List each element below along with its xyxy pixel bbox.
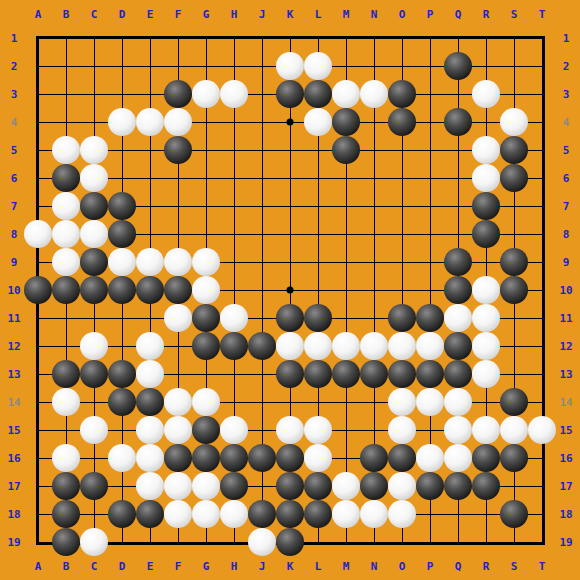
stone-white[interactable] [304,332,332,360]
stone-black[interactable] [332,108,360,136]
column-label-bottom: P [427,561,434,572]
stone-white[interactable] [472,80,500,108]
row-label-left: 11 [7,313,20,324]
column-label-bottom: O [399,561,406,572]
row-label-right: 13 [559,369,572,380]
stone-white[interactable] [220,416,248,444]
stone-black[interactable] [220,472,248,500]
stone-black[interactable] [80,360,108,388]
column-label-top: J [259,9,266,20]
stone-white[interactable] [52,192,80,220]
stone-black[interactable] [80,192,108,220]
stone-white[interactable] [276,52,304,80]
stone-black[interactable] [276,444,304,472]
stone-black[interactable] [500,248,528,276]
stone-white[interactable] [472,360,500,388]
stone-black[interactable] [52,528,80,556]
stone-white[interactable] [136,472,164,500]
stone-white[interactable] [192,276,220,304]
stone-white[interactable] [164,248,192,276]
stone-white[interactable] [528,416,556,444]
stone-black[interactable] [360,472,388,500]
stone-white[interactable] [192,80,220,108]
stone-black[interactable] [304,304,332,332]
stone-black[interactable] [500,164,528,192]
row-label-right: 12 [559,341,572,352]
stone-black[interactable] [276,80,304,108]
stone-black[interactable] [192,332,220,360]
column-label-top: R [483,9,490,20]
stone-white[interactable] [136,332,164,360]
stone-black[interactable] [276,304,304,332]
stone-white[interactable] [388,472,416,500]
stone-black[interactable] [472,444,500,472]
stone-black[interactable] [164,80,192,108]
row-label-right: 14 [559,397,572,408]
stone-white[interactable] [500,108,528,136]
stone-black[interactable] [108,360,136,388]
stone-black[interactable] [500,500,528,528]
column-label-bottom: G [203,561,210,572]
stone-black[interactable] [108,388,136,416]
column-label-bottom: K [287,561,294,572]
stone-black[interactable] [108,500,136,528]
row-label-right: 1 [563,33,570,44]
stone-black[interactable] [472,192,500,220]
row-label-left: 14 [7,397,20,408]
stone-black[interactable] [416,472,444,500]
row-label-left: 8 [11,229,18,240]
stone-white[interactable] [472,164,500,192]
stone-black[interactable] [80,248,108,276]
stone-white[interactable] [388,416,416,444]
stone-black[interactable] [388,360,416,388]
row-label-right: 9 [563,257,570,268]
stone-white[interactable] [80,220,108,248]
stone-black[interactable] [52,164,80,192]
hoshi-point [287,287,294,294]
stone-black[interactable] [444,332,472,360]
column-label-top: D [119,9,126,20]
stone-black[interactable] [164,276,192,304]
column-label-top: A [35,9,42,20]
row-label-right: 18 [559,509,572,520]
stone-white[interactable] [80,332,108,360]
stone-black[interactable] [248,332,276,360]
column-label-top: Q [455,9,462,20]
row-label-right: 8 [563,229,570,240]
column-label-bottom: J [259,561,266,572]
stone-white[interactable] [472,416,500,444]
column-label-top: T [539,9,546,20]
stone-white[interactable] [388,500,416,528]
stone-black[interactable] [220,332,248,360]
stone-white[interactable] [276,332,304,360]
stone-white[interactable] [360,500,388,528]
column-label-top: S [511,9,518,20]
stone-black[interactable] [500,444,528,472]
stone-black[interactable] [416,360,444,388]
stone-white[interactable] [472,332,500,360]
row-label-left: 4 [11,117,18,128]
stone-white[interactable] [276,416,304,444]
stone-white[interactable] [52,220,80,248]
grid-line-vertical [542,38,543,543]
stone-black[interactable] [472,220,500,248]
column-label-top: H [231,9,238,20]
stone-white[interactable] [416,388,444,416]
stone-white[interactable] [332,80,360,108]
row-label-right: 17 [559,481,572,492]
stone-white[interactable] [472,276,500,304]
row-label-left: 12 [7,341,20,352]
stone-black[interactable] [52,472,80,500]
stone-black[interactable] [276,528,304,556]
stone-black[interactable] [388,444,416,472]
stone-white[interactable] [472,136,500,164]
row-label-left: 6 [11,173,18,184]
row-label-left: 17 [7,481,20,492]
stone-white[interactable] [164,388,192,416]
stone-black[interactable] [220,444,248,472]
stone-white[interactable] [416,332,444,360]
column-label-top: O [399,9,406,20]
stone-white[interactable] [220,80,248,108]
row-label-left: 7 [11,201,18,212]
stone-black[interactable] [444,248,472,276]
stone-white[interactable] [108,248,136,276]
stone-white[interactable] [164,108,192,136]
stone-black[interactable] [444,108,472,136]
stone-white[interactable] [136,108,164,136]
column-label-top: C [91,9,98,20]
stone-black[interactable] [276,360,304,388]
column-label-top: B [63,9,70,20]
stone-black[interactable] [52,500,80,528]
row-label-right: 2 [563,61,570,72]
row-label-left: 19 [7,537,20,548]
stone-black[interactable] [388,304,416,332]
stone-white[interactable] [304,444,332,472]
stone-white[interactable] [164,416,192,444]
stone-black[interactable] [192,444,220,472]
stone-black[interactable] [388,108,416,136]
column-label-top: N [371,9,378,20]
stone-white[interactable] [304,108,332,136]
column-label-bottom: H [231,561,238,572]
column-label-bottom: L [315,561,322,572]
row-label-left: 1 [11,33,18,44]
column-label-bottom: Q [455,561,462,572]
stone-white[interactable] [80,136,108,164]
column-label-top: G [203,9,210,20]
column-label-bottom: M [343,561,350,572]
stone-black[interactable] [388,80,416,108]
stone-black[interactable] [164,444,192,472]
stone-white[interactable] [192,472,220,500]
stone-black[interactable] [136,500,164,528]
row-label-right: 7 [563,201,570,212]
stone-white[interactable] [108,444,136,472]
stone-white[interactable] [80,416,108,444]
stone-black[interactable] [248,444,276,472]
stone-white[interactable] [388,332,416,360]
column-label-top: L [315,9,322,20]
row-label-left: 3 [11,89,18,100]
stone-white[interactable] [444,388,472,416]
column-label-bottom: T [539,561,546,572]
stone-black[interactable] [500,388,528,416]
stone-white[interactable] [164,304,192,332]
stone-white[interactable] [220,304,248,332]
stone-white[interactable] [444,444,472,472]
stone-black[interactable] [80,472,108,500]
row-label-left: 13 [7,369,20,380]
row-label-left: 15 [7,425,20,436]
row-label-left: 5 [11,145,18,156]
stone-black[interactable] [416,304,444,332]
stone-white[interactable] [500,416,528,444]
column-label-top: E [147,9,154,20]
column-label-bottom: A [35,561,42,572]
stone-white[interactable] [136,416,164,444]
row-label-right: 5 [563,145,570,156]
stone-white[interactable] [220,500,248,528]
stone-black[interactable] [304,500,332,528]
stone-white[interactable] [360,80,388,108]
stone-black[interactable] [164,136,192,164]
stone-black[interactable] [136,276,164,304]
row-label-right: 6 [563,173,570,184]
stone-white[interactable] [164,472,192,500]
stone-white[interactable] [304,52,332,80]
column-label-bottom: B [63,561,70,572]
stone-black[interactable] [500,276,528,304]
stone-black[interactable] [500,136,528,164]
stone-white[interactable] [80,164,108,192]
stone-black[interactable] [108,192,136,220]
stone-black[interactable] [444,472,472,500]
stone-black[interactable] [444,360,472,388]
stone-black[interactable] [108,276,136,304]
stone-black[interactable] [472,472,500,500]
row-label-right: 10 [559,285,572,296]
stone-white[interactable] [52,248,80,276]
row-label-right: 4 [563,117,570,128]
stone-white[interactable] [360,332,388,360]
stone-black[interactable] [360,444,388,472]
row-label-right: 11 [559,313,572,324]
stone-black[interactable] [304,360,332,388]
row-label-right: 19 [559,537,572,548]
stone-white[interactable] [52,136,80,164]
row-label-left: 2 [11,61,18,72]
column-label-bottom: D [119,561,126,572]
stone-black[interactable] [192,416,220,444]
column-label-bottom: R [483,561,490,572]
stone-white[interactable] [332,332,360,360]
hoshi-point [287,119,294,126]
stone-white[interactable] [304,416,332,444]
stone-black[interactable] [360,360,388,388]
stone-white[interactable] [24,220,52,248]
stone-white[interactable] [136,444,164,472]
stone-black[interactable] [276,472,304,500]
stone-black[interactable] [444,52,472,80]
stone-white[interactable] [444,416,472,444]
stone-black[interactable] [304,80,332,108]
stone-black[interactable] [52,276,80,304]
stone-black[interactable] [276,500,304,528]
stone-black[interactable] [80,276,108,304]
stone-black[interactable] [304,472,332,500]
stone-white[interactable] [192,500,220,528]
stone-black[interactable] [24,276,52,304]
stone-white[interactable] [136,248,164,276]
stone-black[interactable] [332,360,360,388]
stone-black[interactable] [192,304,220,332]
stone-white[interactable] [248,528,276,556]
row-label-right: 3 [563,89,570,100]
column-label-bottom: F [175,561,182,572]
row-label-left: 18 [7,509,20,520]
stone-white[interactable] [444,304,472,332]
go-board-app: AABBCCDDEEFFGGHHJJKKLLMMNNOOPPQQRRSSTT11… [0,0,580,580]
stone-white[interactable] [52,444,80,472]
stone-white[interactable] [192,248,220,276]
column-label-bottom: E [147,561,154,572]
column-label-top: M [343,9,350,20]
stone-white[interactable] [416,444,444,472]
column-label-bottom: N [371,561,378,572]
stone-white[interactable] [164,500,192,528]
stone-white[interactable] [472,304,500,332]
column-label-top: P [427,9,434,20]
stone-black[interactable] [136,388,164,416]
row-label-right: 16 [559,453,572,464]
stone-white[interactable] [136,360,164,388]
row-label-left: 9 [11,257,18,268]
stone-black[interactable] [108,220,136,248]
stone-black[interactable] [444,276,472,304]
row-label-right: 15 [559,425,572,436]
column-label-bottom: C [91,561,98,572]
stone-white[interactable] [332,500,360,528]
column-label-bottom: S [511,561,518,572]
stone-white[interactable] [52,388,80,416]
stone-black[interactable] [52,360,80,388]
column-label-top: K [287,9,294,20]
stone-white[interactable] [388,388,416,416]
stone-black[interactable] [248,500,276,528]
row-label-left: 16 [7,453,20,464]
stone-white[interactable] [192,388,220,416]
stone-white[interactable] [332,472,360,500]
stone-white[interactable] [80,528,108,556]
stone-white[interactable] [108,108,136,136]
stone-black[interactable] [332,136,360,164]
row-label-left: 10 [7,285,20,296]
column-label-top: F [175,9,182,20]
